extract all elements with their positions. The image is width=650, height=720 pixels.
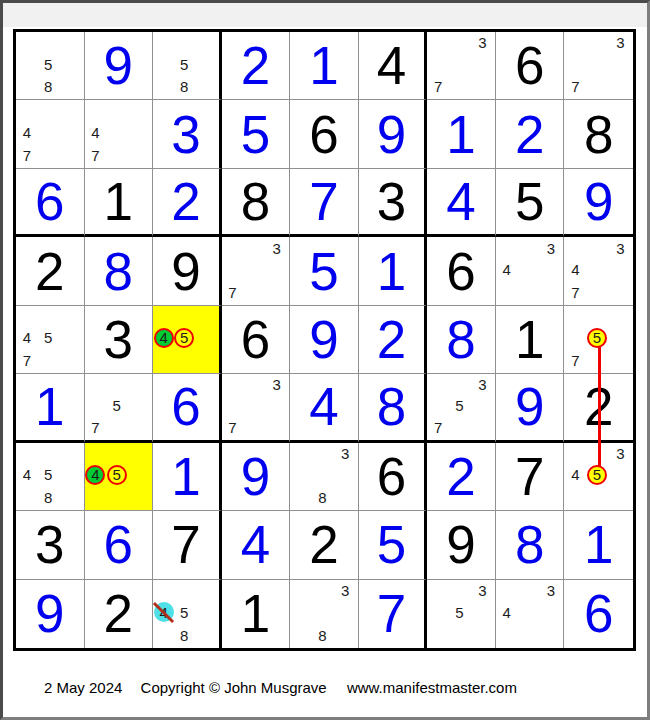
cell-r8c4[interactable]: 4 (222, 511, 291, 579)
cell-r4c8[interactable]: 34 (496, 237, 565, 305)
given-digit: 3 (104, 313, 133, 366)
chain-link-line (598, 341, 601, 478)
candidate-5: 5 (180, 605, 188, 620)
given-digit: 6 (377, 450, 406, 503)
entered-digit: 2 (377, 313, 406, 366)
cell-r9c5[interactable]: 38 (290, 580, 359, 648)
candidate-4: 4 (23, 125, 31, 140)
candidate-7: 7 (91, 148, 99, 163)
candidate-mark-green: 4 (85, 465, 105, 485)
entered-digit: 8 (377, 380, 406, 433)
candidate-7: 7 (23, 353, 31, 368)
cell-r9c1[interactable]: 9 (16, 580, 85, 648)
cell-r2c1[interactable]: 47 (16, 100, 85, 168)
candidate-7: 7 (434, 420, 442, 435)
pencil-marks: 47 (85, 100, 153, 167)
cell-r6c6[interactable]: 8 (359, 374, 428, 442)
cell-r3c7[interactable]: 4 (427, 169, 496, 237)
cell-r2c9[interactable]: 8 (564, 100, 633, 168)
given-digit: 2 (104, 587, 133, 640)
app-window: 5895821437637474735691286128734592893751… (0, 0, 650, 720)
entered-digit: 9 (241, 450, 270, 503)
candidate-7: 7 (571, 79, 579, 94)
cell-r1c1[interactable]: 58 (16, 32, 85, 100)
cell-r7c4[interactable]: 9 (222, 443, 291, 511)
cell-r6c4[interactable]: 37 (222, 374, 291, 442)
given-digit: 1 (104, 175, 133, 228)
cell-r5c6[interactable]: 2 (359, 306, 428, 374)
cell-r3c4[interactable]: 8 (222, 169, 291, 237)
candidate-4: 4 (91, 467, 99, 482)
candidate-mark-yellow: 5 (587, 328, 607, 348)
cell-r2c8[interactable]: 2 (496, 100, 565, 168)
cell-r7c5[interactable]: 38 (290, 443, 359, 511)
given-digit: 9 (446, 518, 475, 571)
cell-r6c2[interactable]: 57 (85, 374, 154, 442)
given-digit: 4 (377, 39, 406, 92)
cell-r2c7[interactable]: 1 (427, 100, 496, 168)
entered-digit: 3 (171, 108, 200, 161)
candidate-4: 4 (159, 330, 167, 345)
cell-r3c8[interactable]: 5 (496, 169, 565, 237)
cell-r7c3[interactable]: 1 (153, 443, 222, 511)
entered-digit: 7 (309, 175, 338, 228)
entered-digit: 4 (446, 175, 475, 228)
cell-r8c8[interactable]: 8 (496, 511, 565, 579)
candidate-3: 3 (478, 35, 486, 50)
cell-r8c2[interactable]: 6 (85, 511, 154, 579)
given-digit: 1 (515, 313, 544, 366)
entered-digit: 2 (515, 108, 544, 161)
cell-r5c5[interactable]: 9 (290, 306, 359, 374)
cell-r7c8[interactable]: 7 (496, 443, 565, 511)
cell-r5c8[interactable]: 1 (496, 306, 565, 374)
cell-r6c1[interactable]: 1 (16, 374, 85, 442)
given-digit: 2 (309, 518, 338, 571)
entered-digit: 6 (104, 518, 133, 571)
candidate-3: 3 (478, 583, 486, 598)
entered-digit: 1 (584, 518, 613, 571)
given-digit: 6 (446, 245, 475, 298)
pencil-marks: 45 (153, 306, 219, 373)
entered-digit: 9 (584, 175, 613, 228)
cell-r4c5[interactable]: 5 (290, 237, 359, 305)
cell-r5c3[interactable]: 45 (153, 306, 222, 374)
candidate-8: 8 (318, 490, 326, 505)
candidate-3: 3 (616, 35, 624, 50)
cell-r4c9[interactable]: 347 (564, 237, 633, 305)
candidate-5: 5 (455, 605, 463, 620)
pencil-marks: 458 (153, 580, 219, 648)
cell-r1c4[interactable]: 2 (222, 32, 291, 100)
cell-r9c6[interactable]: 7 (359, 580, 428, 648)
candidate-3: 3 (478, 377, 486, 392)
cell-r7c6[interactable]: 6 (359, 443, 428, 511)
entered-digit: 8 (104, 245, 133, 298)
cell-r5c7[interactable]: 8 (427, 306, 496, 374)
cell-r4c3[interactable]: 9 (153, 237, 222, 305)
entered-digit: 7 (377, 587, 406, 640)
footer-date: 2 May 2024 (44, 679, 122, 696)
entered-digit: 5 (309, 245, 338, 298)
cell-r4c7[interactable]: 6 (427, 237, 496, 305)
candidate-3: 3 (616, 241, 624, 256)
cell-r5c4[interactable]: 6 (222, 306, 291, 374)
candidate-8: 8 (180, 628, 188, 643)
candidate-3: 3 (341, 446, 349, 461)
cell-r1c7[interactable]: 37 (427, 32, 496, 100)
given-digit: 8 (584, 108, 613, 161)
candidate-3: 3 (273, 241, 281, 256)
pencil-marks: 47 (16, 100, 84, 167)
candidate-5: 5 (112, 467, 120, 482)
entered-digit: 4 (241, 518, 270, 571)
pencil-marks: 37 (564, 32, 633, 99)
given-digit: 2 (35, 245, 64, 298)
cell-r4c2[interactable]: 8 (85, 237, 154, 305)
entered-digit: 1 (309, 39, 338, 92)
footer-url: www.manifestmaster.com (347, 679, 517, 696)
cell-r6c5[interactable]: 4 (290, 374, 359, 442)
footer: 2 May 2024 Copyright © John Musgrave www… (44, 679, 647, 696)
given-digit: 6 (309, 108, 338, 161)
given-digit: 8 (241, 175, 270, 228)
board: 5895821437637474735691286128734592893751… (13, 29, 636, 651)
candidate-4: 4 (23, 467, 31, 482)
given-digit: 3 (377, 175, 406, 228)
cell-r3c5[interactable]: 7 (290, 169, 359, 237)
entered-digit: 9 (515, 380, 544, 433)
cell-r3c2[interactable]: 1 (85, 169, 154, 237)
given-digit: 6 (515, 39, 544, 92)
candidate-5: 5 (455, 398, 463, 413)
entered-digit: 5 (241, 108, 270, 161)
candidate-5: 5 (44, 57, 52, 72)
pencil-marks: 357 (427, 374, 495, 439)
pencil-marks: 37 (222, 237, 290, 304)
cell-r8c9[interactable]: 1 (564, 511, 633, 579)
entered-digit: 9 (35, 587, 64, 640)
cell-r8c7[interactable]: 9 (427, 511, 496, 579)
cell-r5c2[interactable]: 3 (85, 306, 154, 374)
cell-r2c6[interactable]: 9 (359, 100, 428, 168)
pencil-marks: 37 (427, 32, 495, 99)
candidate-mark-yellow: 5 (587, 465, 607, 485)
cell-r4c6[interactable]: 1 (359, 237, 428, 305)
given-digit: 7 (171, 518, 200, 571)
cell-r1c9[interactable]: 37 (564, 32, 633, 100)
cell-r9c3[interactable]: 458 (153, 580, 222, 648)
cell-r6c3[interactable]: 6 (153, 374, 222, 442)
candidate-5: 5 (593, 467, 601, 482)
entered-digit: 6 (584, 587, 613, 640)
candidate-8: 8 (180, 79, 188, 94)
pencil-marks: 457 (16, 306, 84, 373)
given-digit: 5 (515, 175, 544, 228)
cell-r5c1[interactable]: 457 (16, 306, 85, 374)
candidate-7: 7 (91, 420, 99, 435)
entered-digit: 1 (446, 108, 475, 161)
candidate-5: 5 (180, 57, 188, 72)
candidate-4: 4 (23, 330, 31, 345)
footer-copyright: Copyright © John Musgrave (141, 679, 327, 696)
entered-digit: 6 (35, 175, 64, 228)
candidate-8: 8 (44, 79, 52, 94)
cell-r2c5[interactable]: 6 (290, 100, 359, 168)
pencil-marks: 34 (496, 237, 564, 304)
candidate-5: 5 (44, 467, 52, 482)
candidate-8: 8 (44, 490, 52, 505)
candidate-4: 4 (159, 605, 167, 620)
entered-digit: 5 (377, 518, 406, 571)
candidate-mark-ring: 5 (174, 328, 194, 348)
cell-r1c6[interactable]: 4 (359, 32, 428, 100)
cell-r3c6[interactable]: 3 (359, 169, 428, 237)
entered-digit: 1 (35, 380, 64, 433)
cell-r2c2[interactable]: 47 (85, 100, 154, 168)
candidate-7: 7 (571, 285, 579, 300)
candidate-8: 8 (318, 628, 326, 643)
given-digit: 9 (171, 245, 200, 298)
entered-digit: 2 (241, 39, 270, 92)
cell-r8c6[interactable]: 5 (359, 511, 428, 579)
entered-digit: 1 (171, 450, 200, 503)
entered-digit: 2 (171, 175, 200, 228)
candidate-5: 5 (112, 398, 120, 413)
candidate-3: 3 (341, 583, 349, 598)
candidate-4: 4 (503, 262, 511, 277)
entered-digit: 9 (104, 39, 133, 92)
pencil-marks: 58 (153, 32, 219, 99)
candidate-4: 4 (571, 467, 579, 482)
cell-r1c8[interactable]: 6 (496, 32, 565, 100)
pencil-marks: 45 (85, 443, 153, 510)
entered-digit: 1 (377, 245, 406, 298)
cell-r9c4[interactable]: 1 (222, 580, 291, 648)
entered-digit: 4 (309, 380, 338, 433)
candidate-4: 4 (571, 262, 579, 277)
pencil-marks: 38 (290, 443, 358, 510)
pencil-marks: 35 (427, 580, 495, 648)
entered-digit: 6 (171, 380, 200, 433)
given-digit: 1 (241, 587, 270, 640)
candidate-3: 3 (616, 446, 624, 461)
cell-r9c8[interactable]: 34 (496, 580, 565, 648)
candidate-7: 7 (228, 285, 236, 300)
cell-r1c3[interactable]: 58 (153, 32, 222, 100)
candidate-3: 3 (547, 583, 555, 598)
pencil-marks: 347 (564, 237, 633, 304)
cell-r7c7[interactable]: 2 (427, 443, 496, 511)
given-digit: 6 (241, 313, 270, 366)
candidate-7: 7 (434, 79, 442, 94)
pencil-marks: 458 (16, 443, 84, 510)
top-bar (3, 3, 647, 27)
pencil-marks: 58 (16, 32, 84, 99)
cell-r9c9[interactable]: 6 (564, 580, 633, 648)
entered-digit: 9 (309, 313, 338, 366)
cell-r9c2[interactable]: 2 (85, 580, 154, 648)
pencil-marks: 38 (290, 580, 358, 648)
pencil-marks: 37 (222, 374, 290, 439)
candidate-3: 3 (273, 377, 281, 392)
candidate-7: 7 (228, 420, 236, 435)
cell-r7c2[interactable]: 45 (85, 443, 154, 511)
cell-r3c9[interactable]: 9 (564, 169, 633, 237)
cell-r4c1[interactable]: 2 (16, 237, 85, 305)
candidate-5: 5 (593, 330, 601, 345)
candidate-5: 5 (180, 330, 188, 345)
cell-r1c5[interactable]: 1 (290, 32, 359, 100)
candidate-3: 3 (547, 241, 555, 256)
cell-r3c1[interactable]: 6 (16, 169, 85, 237)
candidate-mark-ring: 5 (107, 465, 127, 485)
cell-r6c7[interactable]: 357 (427, 374, 496, 442)
cell-r3c3[interactable]: 2 (153, 169, 222, 237)
candidate-mark-cyan-slash: 4 (154, 602, 174, 622)
entered-digit: 9 (377, 108, 406, 161)
cell-r9c7[interactable]: 35 (427, 580, 496, 648)
given-digit: 7 (515, 450, 544, 503)
cell-r2c3[interactable]: 3 (153, 100, 222, 168)
cell-r8c5[interactable]: 2 (290, 511, 359, 579)
candidate-7: 7 (571, 353, 579, 368)
candidate-5: 5 (44, 330, 52, 345)
pencil-marks: 34 (496, 580, 564, 648)
cell-r8c1[interactable]: 3 (16, 511, 85, 579)
entered-digit: 8 (446, 313, 475, 366)
candidate-mark-green: 4 (154, 328, 174, 348)
candidate-7: 7 (23, 148, 31, 163)
cell-r6c8[interactable]: 9 (496, 374, 565, 442)
candidate-4: 4 (503, 605, 511, 620)
cell-r4c4[interactable]: 37 (222, 237, 291, 305)
cell-r7c1[interactable]: 458 (16, 443, 85, 511)
cell-r1c2[interactable]: 9 (85, 32, 154, 100)
given-digit: 3 (35, 518, 64, 571)
cell-r2c4[interactable]: 5 (222, 100, 291, 168)
cell-r8c3[interactable]: 7 (153, 511, 222, 579)
entered-digit: 2 (446, 450, 475, 503)
candidate-4: 4 (91, 125, 99, 140)
entered-digit: 8 (515, 518, 544, 571)
pencil-marks: 57 (85, 374, 153, 439)
